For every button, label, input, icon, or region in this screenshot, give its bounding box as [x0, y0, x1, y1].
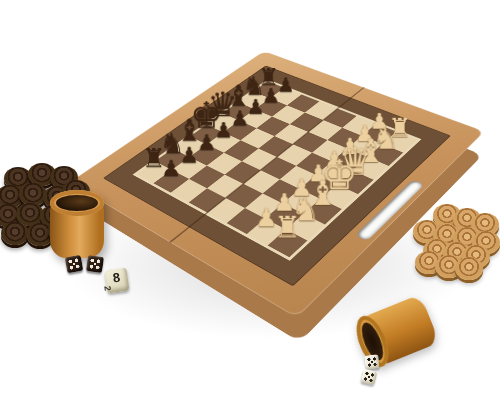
dice-cup-upright — [50, 190, 104, 258]
piece-light-r: ♜ — [265, 211, 311, 243]
doubling-cube-side-value: 2 — [102, 285, 113, 291]
doubling-cube-top-value: 8 — [105, 269, 129, 287]
dark-die-1 — [65, 255, 84, 274]
checker-dark-11 — [1, 222, 29, 245]
piece-light-p: ♟ — [244, 204, 289, 231]
dice-cup-upright-opening — [56, 195, 98, 211]
piece-light-p: ♟ — [262, 189, 306, 215]
dark-die-2 — [86, 255, 104, 273]
doubling-cube: 8 2 — [105, 268, 130, 294]
product-photo-stage: ♜♞♝♛♚♝♞♜♟♟♟♟♟♟♟♟♟♟♟♟♟♟♟♟♜♞♝♛♚♝♞♜ 8 2 — [0, 0, 500, 401]
white-die-1 — [364, 354, 379, 369]
white-die-2 — [361, 369, 378, 386]
piece-light-n: ♞ — [283, 192, 328, 227]
checker-light-13 — [455, 257, 483, 280]
dice-cup-upright-rim — [50, 190, 104, 216]
